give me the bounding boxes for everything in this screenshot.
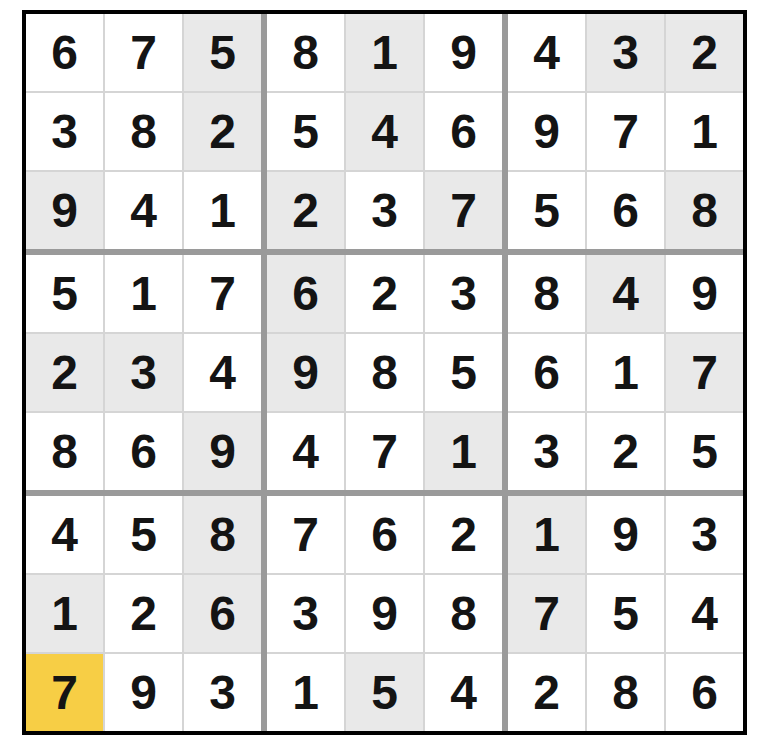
cell-r5c2[interactable]: 3 [105,334,182,411]
cell-r4c8[interactable]: 4 [587,255,664,332]
cell-r7c2[interactable]: 5 [105,496,182,573]
cell-r1c9[interactable]: 2 [666,14,743,91]
cell-r2c1[interactable]: 3 [26,93,103,170]
cell-r3c6[interactable]: 7 [425,172,502,249]
cell-r2c2[interactable]: 8 [105,93,182,170]
cell-r6c6[interactable]: 1 [425,413,502,490]
cell-r9c1[interactable]: 7 [26,654,103,731]
cell-r3c2[interactable]: 4 [105,172,182,249]
cell-r6c9[interactable]: 5 [666,413,743,490]
cell-r6c5[interactable]: 7 [346,413,423,490]
cell-r7c5[interactable]: 6 [346,496,423,573]
box-4: 517234869 [26,255,261,490]
box-6: 849617325 [508,255,743,490]
cell-r4c5[interactable]: 2 [346,255,423,332]
cell-r6c4[interactable]: 4 [267,413,344,490]
cell-r8c6[interactable]: 8 [425,575,502,652]
sudoku-page: 675382941 819546237 432971568 517234869 … [0,0,757,752]
cell-r9c3[interactable]: 3 [184,654,261,731]
cell-r4c6[interactable]: 3 [425,255,502,332]
cell-r1c5[interactable]: 1 [346,14,423,91]
cell-r2c6[interactable]: 6 [425,93,502,170]
cell-r4c2[interactable]: 1 [105,255,182,332]
cell-r5c9[interactable]: 7 [666,334,743,411]
cell-r6c8[interactable]: 2 [587,413,664,490]
box-2: 819546237 [267,14,502,249]
cell-r8c2[interactable]: 2 [105,575,182,652]
cell-r6c3[interactable]: 9 [184,413,261,490]
cell-r3c9[interactable]: 8 [666,172,743,249]
box-7: 458126793 [26,496,261,731]
cell-r8c5[interactable]: 9 [346,575,423,652]
cell-r8c1[interactable]: 1 [26,575,103,652]
cell-r7c4[interactable]: 7 [267,496,344,573]
cell-r5c6[interactable]: 5 [425,334,502,411]
sudoku-board: 675382941 819546237 432971568 517234869 … [22,10,747,735]
cell-r6c1[interactable]: 8 [26,413,103,490]
cell-r8c8[interactable]: 5 [587,575,664,652]
cell-r8c3[interactable]: 6 [184,575,261,652]
cell-r5c3[interactable]: 4 [184,334,261,411]
cell-r5c8[interactable]: 1 [587,334,664,411]
cell-r3c8[interactable]: 6 [587,172,664,249]
cell-r1c8[interactable]: 3 [587,14,664,91]
cell-r1c2[interactable]: 7 [105,14,182,91]
box-3: 432971568 [508,14,743,249]
cell-r9c6[interactable]: 4 [425,654,502,731]
cell-r4c3[interactable]: 7 [184,255,261,332]
cell-r2c7[interactable]: 9 [508,93,585,170]
cell-r4c9[interactable]: 9 [666,255,743,332]
cell-r2c3[interactable]: 2 [184,93,261,170]
cell-r7c8[interactable]: 9 [587,496,664,573]
cell-r8c9[interactable]: 4 [666,575,743,652]
cell-r1c7[interactable]: 4 [508,14,585,91]
cell-r8c7[interactable]: 7 [508,575,585,652]
cell-r1c4[interactable]: 8 [267,14,344,91]
box-5: 623985471 [267,255,502,490]
cell-r7c9[interactable]: 3 [666,496,743,573]
cell-r1c1[interactable]: 6 [26,14,103,91]
cell-r1c6[interactable]: 9 [425,14,502,91]
cell-r7c1[interactable]: 4 [26,496,103,573]
box-1: 675382941 [26,14,261,249]
cell-r4c7[interactable]: 8 [508,255,585,332]
cell-r9c4[interactable]: 1 [267,654,344,731]
cell-r2c8[interactable]: 7 [587,93,664,170]
cell-r9c7[interactable]: 2 [508,654,585,731]
cell-r4c1[interactable]: 5 [26,255,103,332]
cell-r2c4[interactable]: 5 [267,93,344,170]
cell-r3c5[interactable]: 3 [346,172,423,249]
cell-r2c9[interactable]: 1 [666,93,743,170]
cell-r5c1[interactable]: 2 [26,334,103,411]
cell-r9c2[interactable]: 9 [105,654,182,731]
cell-r5c7[interactable]: 6 [508,334,585,411]
cell-r3c4[interactable]: 2 [267,172,344,249]
cell-r7c7[interactable]: 1 [508,496,585,573]
cell-r6c2[interactable]: 6 [105,413,182,490]
box-8: 762398154 [267,496,502,731]
cell-r9c8[interactable]: 8 [587,654,664,731]
cell-r2c5[interactable]: 4 [346,93,423,170]
cell-r9c5[interactable]: 5 [346,654,423,731]
cell-r3c1[interactable]: 9 [26,172,103,249]
cell-r8c4[interactable]: 3 [267,575,344,652]
cell-r7c6[interactable]: 2 [425,496,502,573]
cell-r3c3[interactable]: 1 [184,172,261,249]
cell-r7c3[interactable]: 8 [184,496,261,573]
cell-r6c7[interactable]: 3 [508,413,585,490]
cell-r1c3[interactable]: 5 [184,14,261,91]
cell-r4c4[interactable]: 6 [267,255,344,332]
cell-r9c9[interactable]: 6 [666,654,743,731]
cell-r3c7[interactable]: 5 [508,172,585,249]
cell-r5c5[interactable]: 8 [346,334,423,411]
cell-r5c4[interactable]: 9 [267,334,344,411]
box-9: 193754286 [508,496,743,731]
